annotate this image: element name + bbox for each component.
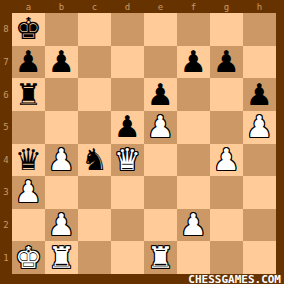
square-b5[interactable] xyxy=(45,111,78,144)
square-e2[interactable] xyxy=(144,209,177,242)
square-a5[interactable] xyxy=(12,111,45,144)
square-f4[interactable] xyxy=(177,144,210,177)
piece-black-pawn-g7[interactable]: ♟ xyxy=(213,47,240,77)
piece-black-king-a8[interactable]: ♚ xyxy=(15,14,42,44)
piece-white-pawn-h5[interactable]: ♟ xyxy=(246,112,273,142)
square-d3[interactable] xyxy=(111,176,144,209)
square-h6[interactable]: ♟ xyxy=(243,78,276,111)
square-h3[interactable] xyxy=(243,176,276,209)
square-h4[interactable] xyxy=(243,144,276,177)
square-e6[interactable]: ♟ xyxy=(144,78,177,111)
rank-label-8: 8 xyxy=(0,13,12,46)
square-c4[interactable]: ♞ xyxy=(78,144,111,177)
square-e3[interactable] xyxy=(144,176,177,209)
file-label-f: f xyxy=(177,0,210,13)
square-a7[interactable]: ♟ xyxy=(12,46,45,79)
piece-black-pawn-h6[interactable]: ♟ xyxy=(246,80,273,110)
square-e4[interactable] xyxy=(144,144,177,177)
square-f1[interactable] xyxy=(177,241,210,274)
piece-white-queen-d4[interactable]: ♛ xyxy=(114,145,141,175)
file-label-c: c xyxy=(78,0,111,13)
square-g2[interactable] xyxy=(210,209,243,242)
square-c6[interactable] xyxy=(78,78,111,111)
square-e5[interactable]: ♟ xyxy=(144,111,177,144)
square-f6[interactable] xyxy=(177,78,210,111)
file-label-g: g xyxy=(210,0,243,13)
piece-white-pawn-e5[interactable]: ♟ xyxy=(147,112,174,142)
rank-label-6: 6 xyxy=(0,78,12,111)
rank-label-3: 3 xyxy=(0,176,12,209)
file-label-h: h xyxy=(243,0,276,13)
square-h1[interactable] xyxy=(243,241,276,274)
square-a2[interactable] xyxy=(12,209,45,242)
square-g3[interactable] xyxy=(210,176,243,209)
file-label-e: e xyxy=(144,0,177,13)
square-b3[interactable] xyxy=(45,176,78,209)
square-d5[interactable]: ♟ xyxy=(111,111,144,144)
file-label-d: d xyxy=(111,0,144,13)
square-g1[interactable] xyxy=(210,241,243,274)
piece-black-queen-a4[interactable]: ♛ xyxy=(15,145,42,175)
piece-black-pawn-e6[interactable]: ♟ xyxy=(147,80,174,110)
square-g8[interactable] xyxy=(210,13,243,46)
square-d2[interactable] xyxy=(111,209,144,242)
square-d7[interactable] xyxy=(111,46,144,79)
rank-label-1: 1 xyxy=(0,241,12,274)
square-g6[interactable] xyxy=(210,78,243,111)
square-f3[interactable] xyxy=(177,176,210,209)
rank-label-7: 7 xyxy=(0,46,12,79)
square-c1[interactable] xyxy=(78,241,111,274)
square-b4[interactable]: ♟ xyxy=(45,144,78,177)
square-c5[interactable] xyxy=(78,111,111,144)
file-labels: abcdefgh xyxy=(12,0,276,13)
piece-black-pawn-a7[interactable]: ♟ xyxy=(15,47,42,77)
brand-watermark: CHESSGAMES.COM xyxy=(188,274,281,284)
piece-white-pawn-b2[interactable]: ♟ xyxy=(48,210,75,240)
square-f2[interactable]: ♟ xyxy=(177,209,210,242)
square-f5[interactable] xyxy=(177,111,210,144)
square-a1[interactable]: ♚ xyxy=(12,241,45,274)
square-h8[interactable] xyxy=(243,13,276,46)
square-d8[interactable] xyxy=(111,13,144,46)
square-b6[interactable] xyxy=(45,78,78,111)
piece-black-pawn-f7[interactable]: ♟ xyxy=(180,47,207,77)
piece-black-rook-a6[interactable]: ♜ xyxy=(15,80,42,110)
piece-white-rook-e1[interactable]: ♜ xyxy=(147,243,174,273)
square-h5[interactable]: ♟ xyxy=(243,111,276,144)
square-h7[interactable] xyxy=(243,46,276,79)
square-c2[interactable] xyxy=(78,209,111,242)
piece-white-pawn-b4[interactable]: ♟ xyxy=(48,145,75,175)
rank-labels: 87654321 xyxy=(0,13,12,274)
rank-label-5: 5 xyxy=(0,111,12,144)
piece-black-pawn-b7[interactable]: ♟ xyxy=(48,47,75,77)
piece-white-pawn-a3[interactable]: ♟ xyxy=(15,177,42,207)
square-e7[interactable] xyxy=(144,46,177,79)
square-c3[interactable] xyxy=(78,176,111,209)
square-d4[interactable]: ♛ xyxy=(111,144,144,177)
square-g4[interactable]: ♟ xyxy=(210,144,243,177)
square-d1[interactable] xyxy=(111,241,144,274)
square-g7[interactable]: ♟ xyxy=(210,46,243,79)
piece-white-pawn-f2[interactable]: ♟ xyxy=(180,210,207,240)
file-label-b: b xyxy=(45,0,78,13)
square-h2[interactable] xyxy=(243,209,276,242)
piece-white-rook-b1[interactable]: ♜ xyxy=(48,243,75,273)
square-e8[interactable] xyxy=(144,13,177,46)
square-e1[interactable]: ♜ xyxy=(144,241,177,274)
square-a8[interactable]: ♚ xyxy=(12,13,45,46)
square-d6[interactable] xyxy=(111,78,144,111)
rank-label-4: 4 xyxy=(0,144,12,177)
piece-black-knight-c4[interactable]: ♞ xyxy=(81,145,108,175)
piece-black-pawn-d5[interactable]: ♟ xyxy=(114,112,141,142)
square-f8[interactable] xyxy=(177,13,210,46)
square-a3[interactable]: ♟ xyxy=(12,176,45,209)
square-f7[interactable]: ♟ xyxy=(177,46,210,79)
chess-board: ♚♟♟♟♟♜♟♟♟♟♟♛♟♞♛♟♟♟♟♚♜♜ xyxy=(12,13,276,274)
square-b1[interactable]: ♜ xyxy=(45,241,78,274)
board-frame: abcdefgh 87654321 ♚♟♟♟♟♜♟♟♟♟♟♛♟♞♛♟♟♟♟♚♜♜… xyxy=(0,0,284,284)
square-a6[interactable]: ♜ xyxy=(12,78,45,111)
square-g5[interactable] xyxy=(210,111,243,144)
square-b8[interactable] xyxy=(45,13,78,46)
square-b2[interactable]: ♟ xyxy=(45,209,78,242)
square-a4[interactable]: ♛ xyxy=(12,144,45,177)
rank-label-2: 2 xyxy=(0,209,12,242)
piece-white-pawn-g4[interactable]: ♟ xyxy=(213,145,240,175)
square-c8[interactable] xyxy=(78,13,111,46)
square-c7[interactable] xyxy=(78,46,111,79)
piece-white-king-a1[interactable]: ♚ xyxy=(15,243,42,273)
square-b7[interactable]: ♟ xyxy=(45,46,78,79)
